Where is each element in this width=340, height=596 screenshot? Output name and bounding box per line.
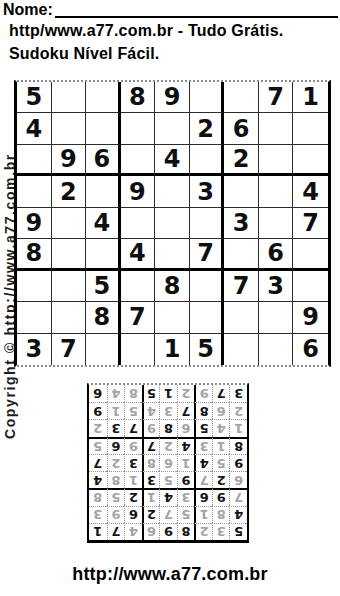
empty-cell[interactable] — [121, 334, 156, 365]
given-digit-cell: 7 — [259, 82, 294, 113]
given-digit-cell: 4 — [86, 208, 121, 239]
empty-cell[interactable] — [52, 208, 87, 239]
given-digit-cell: 9 — [155, 82, 190, 113]
empty-cell[interactable] — [52, 302, 87, 333]
solution-cell: 3 — [212, 523, 230, 540]
solution-cell: 4 — [107, 385, 125, 402]
solution-cell: 9 — [212, 488, 230, 505]
solution-cell: 8 — [194, 402, 212, 419]
solution-cell: 5 — [194, 419, 212, 436]
empty-cell[interactable] — [190, 302, 225, 333]
empty-cell[interactable] — [17, 176, 52, 207]
solution-cell: 6 — [212, 402, 230, 419]
empty-cell[interactable] — [190, 271, 225, 302]
solution-cell: 2 — [229, 402, 247, 419]
given-digit-cell: 5 — [190, 334, 225, 365]
solution-cell: 8 — [89, 488, 107, 505]
solution-cell: 6 — [89, 385, 107, 402]
given-digit-cell: 4 — [155, 145, 190, 176]
empty-cell[interactable] — [224, 82, 259, 113]
solution-cell: 5 — [107, 488, 125, 505]
given-digit-cell: 7 — [224, 271, 259, 302]
empty-cell[interactable] — [121, 113, 156, 144]
empty-cell[interactable] — [259, 302, 294, 333]
empty-cell[interactable] — [52, 82, 87, 113]
empty-cell[interactable] — [259, 145, 294, 176]
solution-cell: 8 — [177, 523, 195, 540]
empty-cell[interactable] — [224, 239, 259, 270]
solution-cell: 1 — [124, 471, 142, 488]
empty-cell[interactable] — [293, 271, 328, 302]
empty-cell[interactable] — [259, 176, 294, 207]
solution-cell: 9 — [124, 437, 142, 454]
given-digit-cell: 3 — [17, 334, 52, 365]
empty-cell[interactable] — [259, 208, 294, 239]
given-digit-cell: 9 — [17, 208, 52, 239]
solution-cell: 6 — [107, 437, 125, 454]
empty-cell[interactable] — [155, 302, 190, 333]
empty-cell[interactable] — [17, 271, 52, 302]
empty-cell[interactable] — [86, 176, 121, 207]
solution-cell: 5 — [159, 471, 177, 488]
solution-cell: 7 — [89, 454, 107, 471]
solution-cell: 9 — [194, 385, 212, 402]
solution-cell: 2 — [194, 523, 212, 540]
empty-cell[interactable] — [224, 176, 259, 207]
solution-cell: 8 — [142, 454, 160, 471]
solution-cell: 8 — [159, 419, 177, 436]
solution-cell: 6 — [229, 471, 247, 488]
solution-cell: 1 — [177, 454, 195, 471]
given-digit-cell: 2 — [190, 113, 225, 144]
empty-cell[interactable] — [155, 176, 190, 207]
solution-cell: 1 — [159, 385, 177, 402]
solution-cell: 6 — [124, 506, 142, 523]
given-digit-cell: 4 — [121, 239, 156, 270]
solution-cell: 8 — [229, 437, 247, 454]
sudoku-puzzle-grid: 589714269642293494378476587387937156 — [14, 80, 331, 367]
empty-cell[interactable] — [190, 208, 225, 239]
solution-cell: 3 — [89, 506, 107, 523]
solution-cell: 5 — [229, 523, 247, 540]
empty-cell[interactable] — [155, 208, 190, 239]
solution-cell: 7 — [107, 523, 125, 540]
solution-cell: 6 — [177, 419, 195, 436]
given-digit-cell: 3 — [190, 176, 225, 207]
footer-url: http://www.a77.com.br — [0, 564, 340, 585]
given-digit-cell: 6 — [293, 334, 328, 365]
solution-cell: 3 — [124, 454, 142, 471]
solution-cell: 3 — [142, 471, 160, 488]
empty-cell[interactable] — [224, 334, 259, 365]
solution-cell: 9 — [229, 454, 247, 471]
given-digit-cell: 1 — [293, 82, 328, 113]
solution-cell: 9 — [107, 506, 125, 523]
solution-cell: 9 — [177, 471, 195, 488]
empty-cell[interactable] — [155, 239, 190, 270]
solution-cell: 3 — [194, 437, 212, 454]
given-digit-cell: 7 — [293, 208, 328, 239]
given-digit-cell: 4 — [293, 176, 328, 207]
given-digit-cell: 2 — [52, 176, 87, 207]
given-digit-cell: 8 — [121, 82, 156, 113]
solution-cell: 5 — [142, 385, 160, 402]
solution-cell: 3 — [107, 419, 125, 436]
solution-cell: 7 — [194, 471, 212, 488]
solution-cell: 5 — [89, 437, 107, 454]
solution-cell: 1 — [229, 419, 247, 436]
empty-cell[interactable] — [155, 113, 190, 144]
solution-cell: 1 — [212, 437, 230, 454]
solution-cell: 6 — [159, 454, 177, 471]
sudoku-solution-grid-rotated: 5328964714815726937963412586279531849541… — [87, 383, 249, 543]
sudoku-worksheet-page: Nome: http/www.a77.com.br - Tudo Grátis.… — [0, 0, 340, 596]
empty-cell[interactable] — [86, 82, 121, 113]
given-digit-cell: 9 — [52, 145, 87, 176]
given-digit-cell: 9 — [293, 302, 328, 333]
solution-cell: 1 — [89, 523, 107, 540]
given-digit-cell: 7 — [121, 302, 156, 333]
given-digit-cell: 6 — [259, 239, 294, 270]
solution-cell: 7 — [142, 437, 160, 454]
solution-cell: 1 — [142, 488, 160, 505]
solution-cell: 2 — [159, 437, 177, 454]
solution-cell: 2 — [177, 385, 195, 402]
given-digit-cell: 3 — [259, 271, 294, 302]
empty-cell[interactable] — [121, 208, 156, 239]
solution-cell: 5 — [212, 454, 230, 471]
solution-cell: 7 — [229, 488, 247, 505]
solution-cell: 2 — [124, 488, 142, 505]
name-row: Nome: — [3, 1, 338, 18]
solution-cell: 8 — [124, 385, 142, 402]
site-title: http/www.a77.com.br - Tudo Grátis. — [9, 22, 283, 40]
empty-cell[interactable] — [224, 302, 259, 333]
given-digit-cell: 8 — [155, 271, 190, 302]
solution-cell: 7 — [159, 506, 177, 523]
empty-cell[interactable] — [121, 271, 156, 302]
empty-cell[interactable] — [17, 145, 52, 176]
solution-cell: 3 — [177, 488, 195, 505]
solution-cell: 3 — [159, 402, 177, 419]
empty-cell[interactable] — [121, 145, 156, 176]
solution-cell: 4 — [212, 419, 230, 436]
solution-cell: 9 — [89, 402, 107, 419]
empty-cell[interactable] — [86, 334, 121, 365]
given-digit-cell: 5 — [86, 271, 121, 302]
solution-cell: 4 — [177, 437, 195, 454]
given-digit-cell: 8 — [17, 239, 52, 270]
given-digit-cell: 1 — [155, 334, 190, 365]
solution-cell: 7 — [177, 402, 195, 419]
difficulty-title: Sudoku Nível Fácil. — [9, 45, 160, 63]
given-digit-cell: 7 — [190, 239, 225, 270]
empty-cell[interactable] — [52, 113, 87, 144]
empty-cell[interactable] — [190, 145, 225, 176]
solution-cell: 4 — [142, 402, 160, 419]
solution-cell: 1 — [194, 506, 212, 523]
empty-cell[interactable] — [259, 334, 294, 365]
empty-cell[interactable] — [86, 239, 121, 270]
solution-cell: 3 — [229, 385, 247, 402]
empty-cell[interactable] — [52, 271, 87, 302]
solution-cell: 5 — [177, 506, 195, 523]
empty-cell[interactable] — [190, 82, 225, 113]
solution-cell: 2 — [89, 419, 107, 436]
empty-cell[interactable] — [293, 145, 328, 176]
solution-cell: 6 — [194, 488, 212, 505]
given-digit-cell: 5 — [17, 82, 52, 113]
empty-cell[interactable] — [17, 302, 52, 333]
solution-cell: 9 — [159, 523, 177, 540]
solution-cell: 5 — [124, 402, 142, 419]
solution-cell: 2 — [212, 471, 230, 488]
empty-cell[interactable] — [52, 239, 87, 270]
given-digit-cell: 7 — [52, 334, 87, 365]
solution-cell: 4 — [89, 471, 107, 488]
given-digit-cell: 8 — [86, 302, 121, 333]
solution-cell: 7 — [124, 419, 142, 436]
empty-cell[interactable] — [259, 113, 294, 144]
given-digit-cell: 2 — [224, 145, 259, 176]
solution-cell: 2 — [142, 506, 160, 523]
given-digit-cell: 3 — [224, 208, 259, 239]
empty-cell[interactable] — [86, 113, 121, 144]
solution-cell: 4 — [124, 523, 142, 540]
name-blank-line — [55, 2, 338, 18]
solution-cell: 8 — [212, 506, 230, 523]
empty-cell[interactable] — [293, 239, 328, 270]
solution-cell: 1 — [107, 402, 125, 419]
solution-cell: 4 — [159, 488, 177, 505]
given-digit-cell: 4 — [17, 113, 52, 144]
given-digit-cell: 9 — [121, 176, 156, 207]
solution-cell: 4 — [194, 454, 212, 471]
given-digit-cell: 6 — [86, 145, 121, 176]
solution-cell: 7 — [212, 385, 230, 402]
solution-cell: 9 — [142, 419, 160, 436]
name-label: Nome: — [3, 1, 53, 18]
given-digit-cell: 6 — [224, 113, 259, 144]
solution-cell: 8 — [107, 471, 125, 488]
empty-cell[interactable] — [293, 113, 328, 144]
solution-cell: 6 — [142, 523, 160, 540]
solution-cell: 2 — [107, 454, 125, 471]
solution-cell: 4 — [229, 506, 247, 523]
